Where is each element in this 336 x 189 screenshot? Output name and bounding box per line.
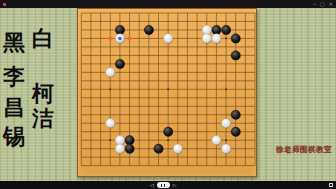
title-bar-left bbox=[3, 3, 8, 6]
prev-move-button[interactable]: ◁ bbox=[150, 183, 154, 188]
fullscreen-button[interactable] bbox=[329, 183, 333, 187]
caption-column-white: 白柯洁 bbox=[31, 28, 55, 130]
close-button[interactable]: ✕ bbox=[329, 2, 333, 7]
pause-toggle-button[interactable] bbox=[157, 182, 170, 188]
caption-column-black: 黑李昌锡 bbox=[2, 32, 26, 148]
go-board-grid bbox=[78, 9, 258, 178]
minimize-button[interactable]: – bbox=[313, 2, 316, 7]
playback-controls: ◁ ▷ bbox=[150, 181, 177, 189]
maximize-button[interactable]: ▢ bbox=[320, 2, 325, 7]
window-title-bar: – ▢ ✕ bbox=[0, 0, 336, 8]
app-icon bbox=[3, 3, 6, 6]
video-frame: – ▢ ✕ 黑李昌锡白柯洁 bbox=[0, 0, 336, 189]
watermark-text: 徐老师围棋教室 bbox=[276, 146, 334, 154]
go-board[interactable] bbox=[77, 8, 257, 177]
player-control-bar: ◁ ▷ bbox=[0, 181, 336, 189]
window-controls: – ▢ ✕ bbox=[313, 2, 333, 7]
video-stage: 黑李昌锡白柯洁 徐老师围棋教室 bbox=[0, 8, 336, 181]
next-move-button[interactable]: ▷ bbox=[173, 183, 177, 188]
